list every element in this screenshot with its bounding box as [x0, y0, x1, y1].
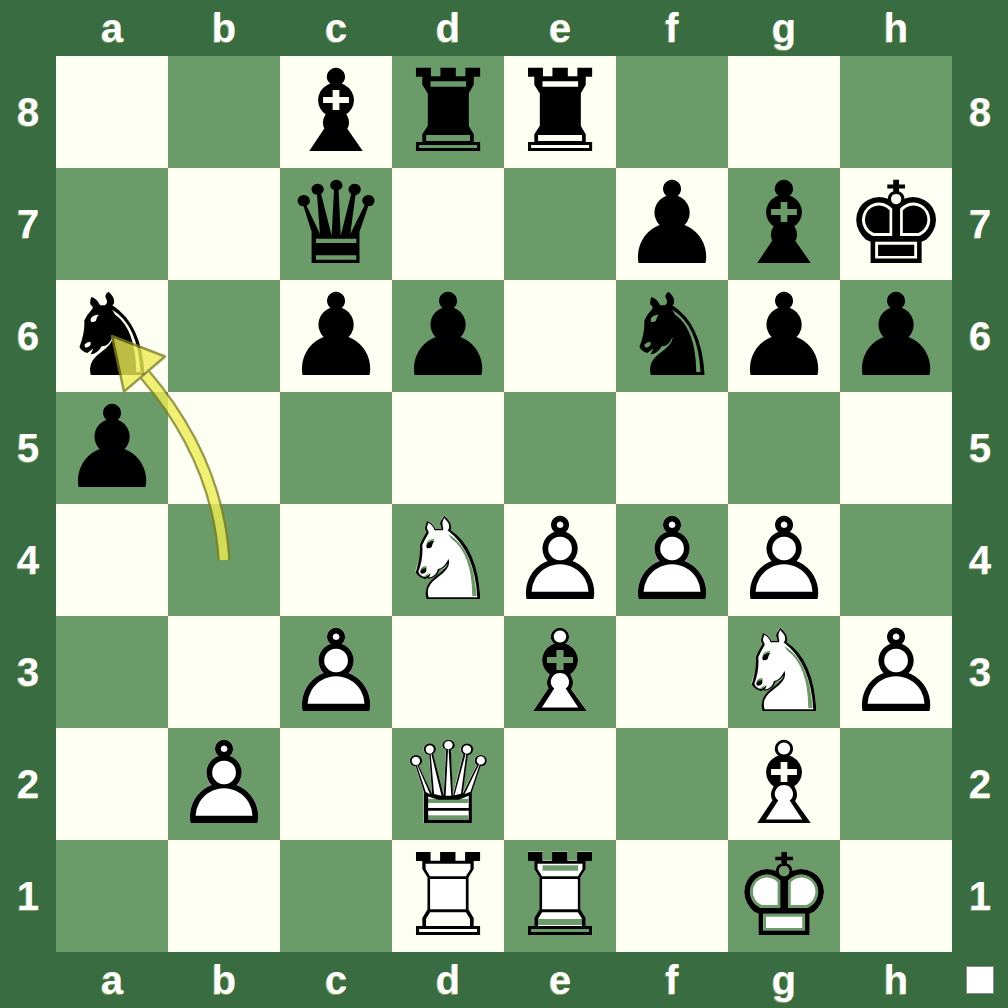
file-label-top-c: c — [280, 0, 392, 56]
square-c7[interactable]: ♛ — [280, 168, 392, 280]
file-label-bottom-d: d — [392, 952, 504, 1008]
square-f7[interactable]: ♟ — [616, 168, 728, 280]
square-b5[interactable] — [168, 392, 280, 504]
white-knight: ♞♘ — [392, 504, 504, 616]
rank-label-left-4: 4 — [0, 504, 56, 616]
white-pawn: ♟♙ — [168, 728, 280, 840]
black-bishop: ♝ — [280, 56, 392, 168]
black-pawn: ♟ — [392, 280, 504, 392]
black-rook: ♜ — [504, 56, 616, 168]
side-to-move-indicator — [966, 966, 994, 994]
file-label-bottom-a: a — [56, 952, 168, 1008]
square-g8[interactable] — [728, 56, 840, 168]
file-label-bottom-c: c — [280, 952, 392, 1008]
rank-label-right-3: 3 — [952, 616, 1008, 728]
square-a1[interactable] — [56, 840, 168, 952]
square-d1[interactable]: ♜♖ — [392, 840, 504, 952]
square-e1[interactable]: ♜♖ — [504, 840, 616, 952]
board-grid: ♝♜♜♛♟♝♚♞♟♟♞♟♟♟♞♘♟♙♟♙♟♙♟♙♝♗♞♘♟♙♟♙♛♕♝♗♜♖♜♖… — [56, 56, 952, 952]
square-f6[interactable]: ♞ — [616, 280, 728, 392]
square-d2[interactable]: ♛♕ — [392, 728, 504, 840]
square-b8[interactable] — [168, 56, 280, 168]
black-bishop: ♝ — [728, 168, 840, 280]
square-g2[interactable]: ♝♗ — [728, 728, 840, 840]
black-knight: ♞ — [616, 280, 728, 392]
square-g5[interactable] — [728, 392, 840, 504]
square-c5[interactable] — [280, 392, 392, 504]
square-f1[interactable] — [616, 840, 728, 952]
file-label-bottom-g: g — [728, 952, 840, 1008]
rank-label-left-2: 2 — [0, 728, 56, 840]
square-a7[interactable] — [56, 168, 168, 280]
square-f5[interactable] — [616, 392, 728, 504]
square-c8[interactable]: ♝ — [280, 56, 392, 168]
square-a6[interactable]: ♞ — [56, 280, 168, 392]
rank-label-right-4: 4 — [952, 504, 1008, 616]
black-pawn: ♟ — [280, 280, 392, 392]
rank-label-right-1: 1 — [952, 840, 1008, 952]
black-rook: ♜ — [392, 56, 504, 168]
rank-label-left-6: 6 — [0, 280, 56, 392]
square-h7[interactable]: ♚ — [840, 168, 952, 280]
square-h6[interactable]: ♟ — [840, 280, 952, 392]
square-h4[interactable] — [840, 504, 952, 616]
square-g3[interactable]: ♞♘ — [728, 616, 840, 728]
square-c4[interactable] — [280, 504, 392, 616]
square-a8[interactable] — [56, 56, 168, 168]
square-e6[interactable] — [504, 280, 616, 392]
file-label-top-b: b — [168, 0, 280, 56]
rank-label-left-7: 7 — [0, 168, 56, 280]
square-d6[interactable]: ♟ — [392, 280, 504, 392]
square-h2[interactable] — [840, 728, 952, 840]
white-bishop: ♝♗ — [504, 616, 616, 728]
rank-label-right-6: 6 — [952, 280, 1008, 392]
rank-label-left-5: 5 — [0, 392, 56, 504]
square-e4[interactable]: ♟♙ — [504, 504, 616, 616]
square-a4[interactable] — [56, 504, 168, 616]
square-g7[interactable]: ♝ — [728, 168, 840, 280]
square-e2[interactable] — [504, 728, 616, 840]
white-pawn: ♟♙ — [616, 504, 728, 616]
file-label-bottom-b: b — [168, 952, 280, 1008]
rank-label-right-7: 7 — [952, 168, 1008, 280]
square-c2[interactable] — [280, 728, 392, 840]
square-f2[interactable] — [616, 728, 728, 840]
file-label-bottom-h: h — [840, 952, 952, 1008]
black-knight: ♞ — [56, 280, 168, 392]
file-label-top-f: f — [616, 0, 728, 56]
black-pawn: ♟ — [728, 280, 840, 392]
white-pawn: ♟♙ — [728, 504, 840, 616]
square-d5[interactable] — [392, 392, 504, 504]
white-queen: ♛♕ — [392, 728, 504, 840]
square-h8[interactable] — [840, 56, 952, 168]
square-f3[interactable] — [616, 616, 728, 728]
white-pawn: ♟♙ — [504, 504, 616, 616]
white-rook: ♜♖ — [504, 840, 616, 952]
file-label-bottom-e: e — [504, 952, 616, 1008]
square-d7[interactable] — [392, 168, 504, 280]
square-a5[interactable]: ♟ — [56, 392, 168, 504]
square-e3[interactable]: ♝♗ — [504, 616, 616, 728]
square-b4[interactable] — [168, 504, 280, 616]
square-b1[interactable] — [168, 840, 280, 952]
white-bishop: ♝♗ — [728, 728, 840, 840]
square-e5[interactable] — [504, 392, 616, 504]
file-label-top-a: a — [56, 0, 168, 56]
file-label-bottom-f: f — [616, 952, 728, 1008]
white-knight: ♞♘ — [728, 616, 840, 728]
square-b2[interactable]: ♟♙ — [168, 728, 280, 840]
square-f8[interactable] — [616, 56, 728, 168]
square-b7[interactable] — [168, 168, 280, 280]
file-label-top-h: h — [840, 0, 952, 56]
file-label-top-e: e — [504, 0, 616, 56]
square-h5[interactable] — [840, 392, 952, 504]
square-d4[interactable]: ♞♘ — [392, 504, 504, 616]
chessboard: ♝♜♜♛♟♝♚♞♟♟♞♟♟♟♞♘♟♙♟♙♟♙♟♙♝♗♞♘♟♙♟♙♛♕♝♗♜♖♜♖… — [0, 0, 1008, 1008]
white-rook: ♜♖ — [392, 840, 504, 952]
black-pawn: ♟ — [616, 168, 728, 280]
black-pawn: ♟ — [840, 280, 952, 392]
black-pawn: ♟ — [56, 392, 168, 504]
square-c1[interactable] — [280, 840, 392, 952]
square-g4[interactable]: ♟♙ — [728, 504, 840, 616]
file-label-top-g: g — [728, 0, 840, 56]
rank-label-right-5: 5 — [952, 392, 1008, 504]
square-d3[interactable] — [392, 616, 504, 728]
white-king: ♚♔ — [728, 840, 840, 952]
square-e8[interactable]: ♜ — [504, 56, 616, 168]
file-label-top-d: d — [392, 0, 504, 56]
square-a2[interactable] — [56, 728, 168, 840]
rank-label-left-8: 8 — [0, 56, 56, 168]
rank-label-right-8: 8 — [952, 56, 1008, 168]
square-h1[interactable] — [840, 840, 952, 952]
white-pawn: ♟♙ — [280, 616, 392, 728]
square-b6[interactable] — [168, 280, 280, 392]
square-e7[interactable] — [504, 168, 616, 280]
rank-label-left-3: 3 — [0, 616, 56, 728]
black-queen: ♛ — [280, 168, 392, 280]
square-g1[interactable]: ♚♔ — [728, 840, 840, 952]
square-c3[interactable]: ♟♙ — [280, 616, 392, 728]
square-c6[interactable]: ♟ — [280, 280, 392, 392]
square-d8[interactable]: ♜ — [392, 56, 504, 168]
square-g6[interactable]: ♟ — [728, 280, 840, 392]
black-king: ♚ — [840, 168, 952, 280]
rank-label-left-1: 1 — [0, 840, 56, 952]
square-a3[interactable] — [56, 616, 168, 728]
square-b3[interactable] — [168, 616, 280, 728]
white-pawn: ♟♙ — [840, 616, 952, 728]
square-f4[interactable]: ♟♙ — [616, 504, 728, 616]
rank-label-right-2: 2 — [952, 728, 1008, 840]
square-h3[interactable]: ♟♙ — [840, 616, 952, 728]
